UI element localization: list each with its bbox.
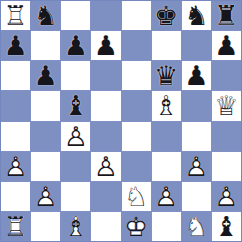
piece-white-rook: ♜♖ (1, 212, 30, 241)
piece-black-pawn: ♟ (1, 31, 30, 60)
piece-white-bishop: ♝♗ (61, 212, 90, 241)
piece-black-pawn: ♟ (212, 31, 241, 60)
piece-white-bishop: ♝♗ (152, 91, 181, 120)
square-a6[interactable] (1, 61, 30, 90)
square-h4[interactable] (212, 122, 241, 151)
square-b5[interactable] (31, 91, 60, 120)
piece-white-queen: ♛♕ (212, 91, 241, 120)
square-e1[interactable]: ♚♔ (122, 212, 151, 241)
square-g8[interactable]: ♞ (182, 1, 211, 30)
piece-black-pawn: ♟ (61, 31, 90, 60)
square-d1[interactable] (91, 212, 120, 241)
square-h7[interactable]: ♟ (212, 31, 241, 60)
square-e7[interactable] (122, 31, 151, 60)
square-e4[interactable] (122, 122, 151, 151)
square-d3[interactable]: ♟♙ (91, 152, 120, 181)
square-f8[interactable]: ♚ (152, 1, 181, 30)
square-c4[interactable]: ♟♙ (61, 122, 90, 151)
square-b7[interactable] (31, 31, 60, 60)
piece-black-bishop: ♝ (212, 212, 241, 241)
square-d4[interactable] (91, 122, 120, 151)
square-f1[interactable] (152, 212, 181, 241)
square-a8[interactable]: ♜♖ (1, 1, 30, 30)
square-e8[interactable] (122, 1, 151, 30)
piece-white-knight: ♞♘ (122, 182, 151, 211)
piece-white-pawn: ♟♙ (1, 152, 30, 181)
square-f6[interactable]: ♛ (152, 61, 181, 90)
square-d7[interactable]: ♟ (91, 31, 120, 60)
square-b8[interactable]: ♞ (31, 1, 60, 30)
square-b2[interactable]: ♟♙ (31, 182, 60, 211)
piece-black-bishop: ♝ (61, 91, 90, 120)
piece-white-pawn: ♟♙ (91, 152, 120, 181)
piece-white-pawn: ♟♙ (182, 152, 211, 181)
square-h8[interactable]: ♜ (212, 1, 241, 30)
piece-black-queen: ♛ (152, 61, 181, 90)
square-c2[interactable] (61, 182, 90, 211)
square-e6[interactable] (122, 61, 151, 90)
square-h1[interactable]: ♝ (212, 212, 241, 241)
square-g2[interactable] (182, 182, 211, 211)
square-c8[interactable] (61, 1, 90, 30)
square-c7[interactable]: ♟ (61, 31, 90, 60)
square-g3[interactable]: ♟♙ (182, 152, 211, 181)
square-d8[interactable] (91, 1, 120, 30)
square-h2[interactable]: ♟♙ (212, 182, 241, 211)
square-g7[interactable] (182, 31, 211, 60)
square-d2[interactable] (91, 182, 120, 211)
piece-black-pawn: ♟ (91, 31, 120, 60)
square-h6[interactable] (212, 61, 241, 90)
piece-white-knight: ♞♘ (182, 212, 211, 241)
square-f7[interactable] (152, 31, 181, 60)
square-e3[interactable] (122, 152, 151, 181)
square-b6[interactable]: ♟ (31, 61, 60, 90)
square-b1[interactable] (31, 212, 60, 241)
piece-black-pawn: ♟ (31, 61, 60, 90)
square-g6[interactable]: ♟ (182, 61, 211, 90)
piece-white-pawn: ♟♙ (152, 182, 181, 211)
square-h5[interactable]: ♛♕ (212, 91, 241, 120)
square-f5[interactable]: ♝♗ (152, 91, 181, 120)
square-g1[interactable]: ♞♘ (182, 212, 211, 241)
square-a1[interactable]: ♜♖ (1, 212, 30, 241)
square-b3[interactable] (31, 152, 60, 181)
square-c1[interactable]: ♝♗ (61, 212, 90, 241)
square-a4[interactable] (1, 122, 30, 151)
square-e2[interactable]: ♞♘ (122, 182, 151, 211)
piece-white-pawn: ♟♙ (61, 122, 90, 151)
piece-black-knight: ♞ (31, 1, 60, 30)
square-c5[interactable]: ♝ (61, 91, 90, 120)
piece-black-knight: ♞ (182, 1, 211, 30)
piece-black-king: ♚ (152, 1, 181, 30)
square-a3[interactable]: ♟♙ (1, 152, 30, 181)
square-c3[interactable] (61, 152, 90, 181)
square-f3[interactable] (152, 152, 181, 181)
piece-black-pawn: ♟ (182, 61, 211, 90)
chess-board-screenshot: ♜♖♞♚♞♜♟♟♟♟♟♛♟♝♝♗♛♕♟♙♟♙♟♙♟♙♟♙♞♘♟♙♟♙♜♖♝♗♚♔… (0, 0, 242, 242)
square-c6[interactable] (61, 61, 90, 90)
piece-white-pawn: ♟♙ (31, 182, 60, 211)
square-a2[interactable] (1, 182, 30, 211)
square-a7[interactable]: ♟ (1, 31, 30, 60)
square-f4[interactable] (152, 122, 181, 151)
chess-board: ♜♖♞♚♞♜♟♟♟♟♟♛♟♝♝♗♛♕♟♙♟♙♟♙♟♙♟♙♞♘♟♙♟♙♜♖♝♗♚♔… (0, 0, 242, 242)
square-b4[interactable] (31, 122, 60, 151)
square-d6[interactable] (91, 61, 120, 90)
piece-white-pawn: ♟♙ (212, 182, 241, 211)
square-d5[interactable] (91, 91, 120, 120)
square-g5[interactable] (182, 91, 211, 120)
piece-white-rook: ♜♖ (1, 1, 30, 30)
piece-black-rook: ♜ (212, 1, 241, 30)
square-a5[interactable] (1, 91, 30, 120)
square-e5[interactable] (122, 91, 151, 120)
piece-white-king: ♚♔ (122, 212, 151, 241)
square-g4[interactable] (182, 122, 211, 151)
square-h3[interactable] (212, 152, 241, 181)
square-f2[interactable]: ♟♙ (152, 182, 181, 211)
